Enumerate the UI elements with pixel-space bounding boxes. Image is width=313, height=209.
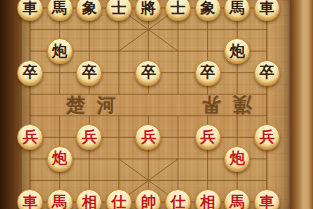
piece-red-elephant[interactable]: 相: [76, 189, 102, 209]
piece-red-cannon[interactable]: 炮: [47, 146, 73, 172]
piece-black-soldier[interactable]: 卒: [76, 60, 102, 86]
piece-red-advisor[interactable]: 仕: [106, 189, 132, 209]
piece-black-soldier[interactable]: 卒: [17, 60, 43, 86]
piece-red-chariot[interactable]: 車: [254, 189, 280, 209]
xiangqi-board: 楚河 漢界 車馬象士將士象馬車炮炮卒卒卒卒卒兵兵兵兵兵炮炮車馬相仕帥仕相馬車: [0, 0, 313, 209]
piece-red-horse[interactable]: 馬: [47, 189, 73, 209]
board-grid: [0, 0, 313, 209]
river-label-right: 漢界: [190, 94, 240, 116]
piece-black-cannon[interactable]: 炮: [47, 38, 73, 64]
piece-red-advisor[interactable]: 仕: [165, 189, 191, 209]
piece-black-soldier[interactable]: 卒: [254, 60, 280, 86]
piece-red-soldier[interactable]: 兵: [195, 124, 221, 150]
piece-red-cannon[interactable]: 炮: [224, 146, 250, 172]
piece-red-elephant[interactable]: 相: [195, 189, 221, 209]
piece-black-soldier[interactable]: 卒: [135, 60, 161, 86]
river-label-left: 楚河: [66, 94, 128, 116]
piece-red-horse[interactable]: 馬: [224, 189, 250, 209]
piece-black-soldier[interactable]: 卒: [195, 60, 221, 86]
piece-red-soldier[interactable]: 兵: [254, 124, 280, 150]
piece-red-chariot[interactable]: 車: [17, 189, 43, 209]
